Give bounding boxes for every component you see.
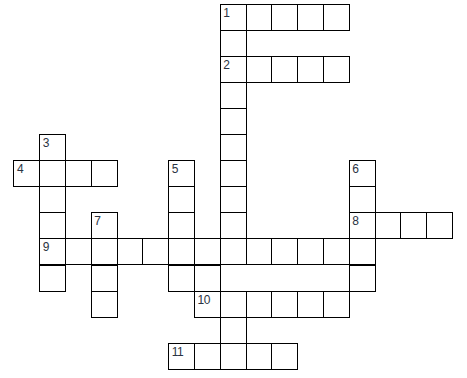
grid-cell-r11c9[interactable] [246, 291, 273, 318]
grid-cell-r6c13[interactable] [349, 160, 376, 187]
grid-cell-r9c12[interactable] [323, 238, 350, 265]
grid-cell-r12c8[interactable] [220, 317, 247, 344]
grid-cell-r10c6[interactable] [168, 265, 195, 292]
grid-cell-r11c11[interactable] [297, 291, 324, 318]
grid-cell-r9c11[interactable] [297, 238, 324, 265]
grid-cell-r9c2[interactable] [65, 238, 92, 265]
grid-cell-r4c8[interactable] [220, 108, 247, 135]
grid-cell-r8c3[interactable] [91, 212, 118, 239]
grid-cell-r7c6[interactable] [168, 186, 195, 213]
grid-cell-r11c7[interactable] [194, 291, 221, 318]
grid-cell-r9c6[interactable] [168, 238, 195, 265]
grid-cell-r7c13[interactable] [349, 186, 376, 213]
grid-cell-r8c15[interactable] [400, 212, 427, 239]
grid-cell-r13c8[interactable] [220, 343, 247, 370]
grid-cell-r6c2[interactable] [65, 160, 92, 187]
grid-cell-r9c7[interactable] [194, 238, 221, 265]
grid-cell-r7c1[interactable] [39, 186, 66, 213]
grid-cell-r9c8[interactable] [220, 238, 247, 265]
grid-cell-r10c3[interactable] [91, 265, 118, 292]
grid-cell-r11c10[interactable] [271, 291, 298, 318]
grid-cell-r5c1[interactable] [39, 134, 66, 161]
grid-cell-r9c9[interactable] [246, 238, 273, 265]
grid-cell-r11c8[interactable] [220, 291, 247, 318]
grid-cell-r9c10[interactable] [271, 238, 298, 265]
crossword-board: 1234567891011 [0, 0, 467, 378]
grid-cell-r2c10[interactable] [271, 56, 298, 83]
grid-cell-r8c8[interactable] [220, 212, 247, 239]
grid-cell-r2c9[interactable] [246, 56, 273, 83]
grid-cell-r6c0[interactable] [13, 160, 40, 187]
grid-cell-r9c1[interactable] [39, 238, 66, 265]
grid-cell-r9c4[interactable] [117, 238, 144, 265]
grid-cell-r9c3[interactable] [91, 238, 118, 265]
grid-cell-r13c6[interactable] [168, 343, 195, 370]
grid-cell-r13c9[interactable] [246, 343, 273, 370]
grid-cell-r6c8[interactable] [220, 160, 247, 187]
grid-cell-r2c8[interactable] [220, 56, 247, 83]
grid-cell-r8c16[interactable] [426, 212, 453, 239]
grid-cell-r7c8[interactable] [220, 186, 247, 213]
grid-cell-r0c12[interactable] [323, 4, 350, 31]
grid-cell-r0c11[interactable] [297, 4, 324, 31]
grid-cell-r2c11[interactable] [297, 56, 324, 83]
grid-cell-r11c12[interactable] [323, 291, 350, 318]
crossword-puzzle: 1234567891011 [0, 0, 467, 378]
grid-cell-r3c8[interactable] [220, 82, 247, 109]
grid-cell-r1c8[interactable] [220, 30, 247, 57]
grid-cell-r10c13[interactable] [349, 265, 376, 292]
grid-cell-r0c10[interactable] [271, 4, 298, 31]
grid-cell-r8c1[interactable] [39, 212, 66, 239]
grid-cell-r6c3[interactable] [91, 160, 118, 187]
grid-cell-r0c9[interactable] [246, 4, 273, 31]
grid-cell-r6c6[interactable] [168, 160, 195, 187]
grid-cell-r8c6[interactable] [168, 212, 195, 239]
grid-cell-r8c14[interactable] [375, 212, 402, 239]
grid-cell-r8c13[interactable] [349, 212, 376, 239]
grid-cell-r6c1[interactable] [39, 160, 66, 187]
grid-cell-r13c7[interactable] [194, 343, 221, 370]
grid-cell-r10c7[interactable] [194, 265, 221, 292]
grid-cell-r0c8[interactable] [220, 4, 247, 31]
grid-cell-r9c13[interactable] [349, 238, 376, 265]
grid-cell-r13c10[interactable] [271, 343, 298, 370]
grid-cell-r9c5[interactable] [142, 238, 169, 265]
grid-cell-r2c12[interactable] [323, 56, 350, 83]
grid-cell-r10c1[interactable] [39, 265, 66, 292]
grid-cell-r5c8[interactable] [220, 134, 247, 161]
grid-cell-r11c3[interactable] [91, 291, 118, 318]
